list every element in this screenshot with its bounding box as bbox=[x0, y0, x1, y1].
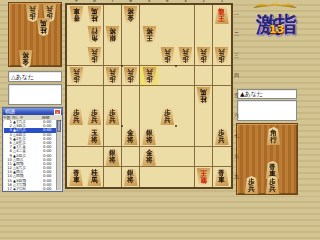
kifu-title: 棋譜 bbox=[5, 108, 15, 115]
shogi-piece-歩兵-4f[interactable]: 歩兵 bbox=[160, 107, 175, 125]
app-logo: 激指 13 bbox=[251, 2, 299, 46]
shogi-piece-銀将-5g[interactable]: 銀将 bbox=[142, 127, 157, 145]
rank-label-7: 七 bbox=[234, 133, 239, 138]
kifu-window[interactable]: 棋譜 × 手数 指し手 時間 1▲7六歩0:002△3四歩0:003▲2六歩0:… bbox=[2, 107, 63, 192]
kifu-cell: 17 bbox=[4, 187, 13, 190]
shogi-piece-銀将-7b[interactable]: 銀将 bbox=[105, 26, 120, 44]
file-label-1: 1 bbox=[213, 0, 231, 3]
kifu-titlebar[interactable]: 棋譜 × bbox=[3, 108, 62, 115]
file-label-9: 9 bbox=[67, 0, 85, 3]
file-label-7: 7 bbox=[103, 0, 121, 3]
kifu-move-list[interactable]: 1▲7六歩0:002△3四歩0:003▲2六歩0:004△8四歩0:005▲2五… bbox=[4, 120, 57, 190]
rank-label-5: 五 bbox=[234, 93, 239, 98]
shogi-piece-銀将-6i[interactable]: 銀将 bbox=[123, 168, 138, 186]
file-label-3: 3 bbox=[176, 0, 194, 3]
shogi-piece-歩兵-1g[interactable]: 歩兵 bbox=[214, 127, 229, 145]
shogi-piece-歩兵-3c[interactable]: 歩兵 bbox=[178, 47, 193, 65]
file-label-8: 8 bbox=[85, 0, 103, 3]
shogi-piece-金将-6g[interactable]: 金将 bbox=[123, 127, 138, 145]
shogi-piece-歩兵-7d[interactable]: 歩兵 bbox=[105, 67, 120, 85]
kifu-row-17[interactable]: 17▲7七桂0:00 bbox=[4, 187, 57, 190]
shogi-piece-香車-9a[interactable]: 香車 bbox=[69, 6, 84, 24]
kifu-scrollbar[interactable] bbox=[56, 120, 61, 190]
shogi-piece-香車-9i[interactable]: 香車 bbox=[69, 168, 84, 186]
rank-label-6: 六 bbox=[234, 113, 239, 118]
close-icon[interactable]: × bbox=[54, 109, 61, 115]
shogi-piece-歩兵-8f[interactable]: 歩兵 bbox=[87, 107, 102, 125]
kifu-cell: ▲7七桂 bbox=[13, 187, 43, 190]
file-label-4: 4 bbox=[158, 0, 176, 3]
rank-label-4: 四 bbox=[234, 73, 239, 78]
hoshi-dot bbox=[175, 65, 177, 67]
shogi-piece-香車-1i[interactable]: 香車 bbox=[214, 168, 229, 186]
shogi-piece-歩兵[interactable]: 歩兵 bbox=[244, 176, 259, 194]
shogi-piece-王将-5b[interactable]: 王将 bbox=[142, 26, 157, 44]
rank-label-9: 九 bbox=[234, 174, 239, 179]
shogi-piece-銀将-7h[interactable]: 銀将 bbox=[105, 148, 120, 166]
shogi-piece-金将-6a[interactable]: 金将 bbox=[123, 6, 138, 24]
shogi-board[interactable]: 香車桂馬金将龍王角行銀将王将歩兵歩兵歩兵歩兵歩兵歩兵歩兵歩兵歩兵桂馬歩兵歩兵歩兵… bbox=[65, 3, 233, 189]
gote-komadai: 歩兵歩兵桂馬金将 bbox=[8, 2, 62, 67]
shogi-piece-桂馬-8i[interactable]: 桂馬 bbox=[87, 168, 102, 186]
hoshi-dot bbox=[121, 65, 123, 67]
shogi-piece-歩兵-8c[interactable]: 歩兵 bbox=[87, 47, 102, 65]
file-label-2: 2 bbox=[195, 0, 213, 3]
shogi-piece-歩兵-9f[interactable]: 歩兵 bbox=[69, 107, 84, 125]
rank-label-8: 八 bbox=[234, 154, 239, 159]
kifu-cell: 0:00 bbox=[43, 187, 57, 190]
rank-label-1: 一 bbox=[234, 12, 239, 17]
rank-label-2: 二 bbox=[234, 32, 239, 37]
shogi-piece-歩兵-1c[interactable]: 歩兵 bbox=[214, 47, 229, 65]
shogi-piece-歩兵-7f[interactable]: 歩兵 bbox=[105, 107, 120, 125]
file-label-6: 6 bbox=[122, 0, 140, 3]
sente-info-panel bbox=[237, 100, 297, 121]
shogi-piece-桂馬-2e[interactable]: 桂馬 bbox=[196, 87, 211, 105]
kifu-scrollbar-thumb[interactable] bbox=[57, 120, 61, 132]
shogi-piece-龍王-1a[interactable]: 龍王 bbox=[214, 6, 229, 24]
gote-info-panel bbox=[8, 84, 62, 105]
shogi-piece-桂馬-8a[interactable]: 桂馬 bbox=[87, 6, 102, 24]
shogi-piece-桂馬[interactable]: 桂馬 bbox=[36, 18, 51, 36]
hoshi-dot bbox=[121, 125, 123, 127]
rank-label-3: 三 bbox=[234, 53, 239, 58]
hoshi-dot bbox=[175, 125, 177, 127]
file-label-5: 5 bbox=[140, 0, 158, 3]
shogi-piece-角行-8b[interactable]: 角行 bbox=[87, 26, 102, 44]
shogi-piece-角行[interactable]: 角行 bbox=[266, 127, 281, 145]
shogi-piece-歩兵-2c[interactable]: 歩兵 bbox=[196, 47, 211, 65]
shogi-piece-歩兵-9d[interactable]: 歩兵 bbox=[69, 67, 84, 85]
shogi-piece-玉将-8g[interactable]: 玉将 bbox=[87, 127, 102, 145]
shogi-piece-龍王-2i[interactable]: 龍王 bbox=[196, 168, 211, 186]
shogi-piece-金将[interactable]: 金将 bbox=[18, 50, 33, 68]
shogi-piece-歩兵-6d[interactable]: 歩兵 bbox=[123, 67, 138, 85]
shogi-piece-歩兵-4c[interactable]: 歩兵 bbox=[160, 47, 175, 65]
shogi-piece-金将-5h[interactable]: 金将 bbox=[142, 148, 157, 166]
sente-komadai: 角行香車歩兵歩兵 bbox=[236, 123, 298, 195]
logo-version-number: 13 bbox=[269, 24, 284, 35]
sente-player-label: ▲あなた bbox=[237, 89, 297, 99]
gote-player-label: △あなた bbox=[8, 71, 62, 82]
